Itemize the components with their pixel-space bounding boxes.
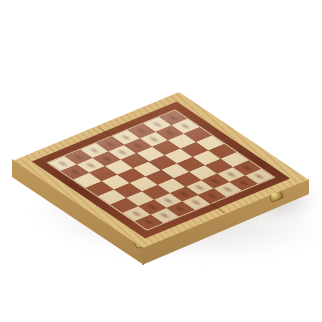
square-e5 bbox=[145, 170, 173, 185]
square-h1: ♜ bbox=[49, 156, 77, 171]
square-f8: ♝ bbox=[166, 202, 194, 217]
square-b6 bbox=[205, 159, 233, 174]
square-f4 bbox=[117, 168, 145, 183]
square-g4 bbox=[101, 175, 129, 190]
product-photo: ♜♟♟♜♞♟♟♞♝♟♟♝♛♟♟♛♚♟♟♚♝♟♟♝♞♟♟♞♜♟♟♜ bbox=[0, 0, 322, 322]
